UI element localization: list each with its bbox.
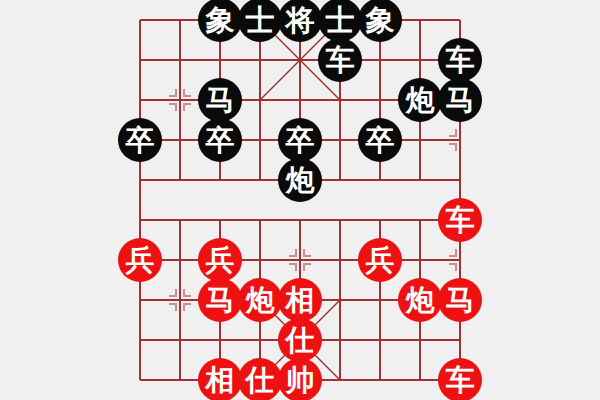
piece-black-soldier[interactable]: 卒 xyxy=(198,118,242,162)
piece-red-horse[interactable]: 马 xyxy=(438,278,482,322)
piece-black-soldier[interactable]: 卒 xyxy=(278,118,322,162)
piece-red-soldier[interactable]: 兵 xyxy=(198,238,242,282)
piece-black-cannon[interactable]: 炮 xyxy=(278,158,322,202)
piece-red-cannon[interactable]: 炮 xyxy=(398,278,442,322)
piece-black-chariot[interactable]: 车 xyxy=(438,38,482,82)
piece-black-cannon[interactable]: 炮 xyxy=(398,78,442,122)
piece-red-advisor[interactable]: 仕 xyxy=(238,358,282,400)
piece-black-soldier[interactable]: 卒 xyxy=(358,118,402,162)
piece-red-soldier[interactable]: 兵 xyxy=(118,238,162,282)
piece-black-general[interactable]: 将 xyxy=(278,0,322,42)
piece-red-chariot[interactable]: 车 xyxy=(438,358,482,400)
piece-red-elephant[interactable]: 相 xyxy=(278,278,322,322)
piece-red-general[interactable]: 帅 xyxy=(278,358,322,400)
piece-red-cannon[interactable]: 炮 xyxy=(238,278,282,322)
piece-black-horse[interactable]: 马 xyxy=(438,78,482,122)
piece-black-chariot[interactable]: 车 xyxy=(318,38,362,82)
piece-red-advisor[interactable]: 仕 xyxy=(278,318,322,362)
piece-black-horse[interactable]: 马 xyxy=(198,78,242,122)
piece-red-soldier[interactable]: 兵 xyxy=(358,238,402,282)
piece-red-elephant[interactable]: 相 xyxy=(198,358,242,400)
board-intersections: 象士将士象车车马炮马卒卒卒卒炮车兵兵兵马炮相炮马仕相仕帅车 xyxy=(120,0,480,400)
xiangqi-board: 象士将士象车车马炮马卒卒卒卒炮车兵兵兵马炮相炮马仕相仕帅车 xyxy=(0,0,600,400)
piece-red-horse[interactable]: 马 xyxy=(198,278,242,322)
piece-black-advisor[interactable]: 士 xyxy=(238,0,282,42)
piece-black-soldier[interactable]: 卒 xyxy=(118,118,162,162)
piece-black-elephant[interactable]: 象 xyxy=(198,0,242,42)
piece-black-elephant[interactable]: 象 xyxy=(358,0,402,42)
piece-black-advisor[interactable]: 士 xyxy=(318,0,362,42)
piece-red-chariot[interactable]: 车 xyxy=(438,198,482,242)
